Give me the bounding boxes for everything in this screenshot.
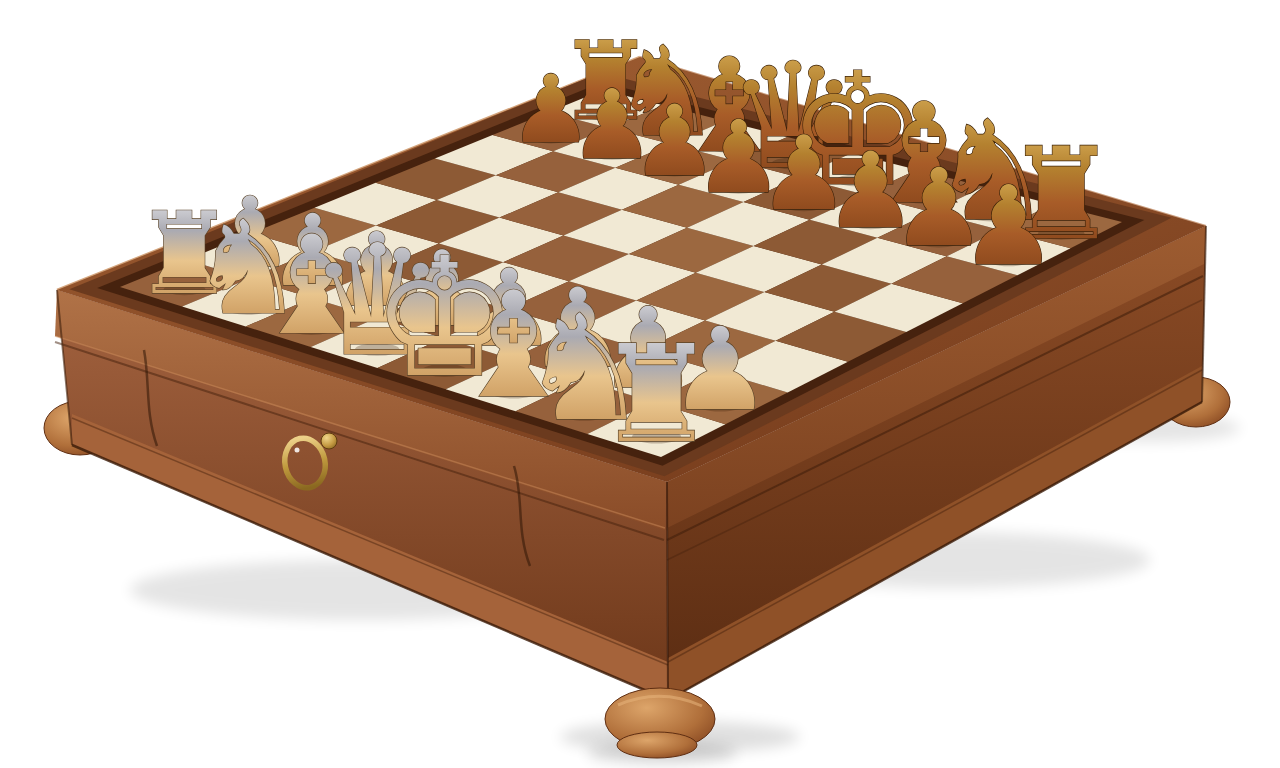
piece-white-rook-h1: ♜ xyxy=(596,316,716,473)
ring-pull-mount xyxy=(321,433,337,449)
case-edge xyxy=(667,482,668,700)
piece-black-pawn-h7: ♟ xyxy=(960,162,1058,290)
bun-foot-front-lip xyxy=(617,732,697,758)
chess-set-photo: ♜♞♟♝♟♛♟♚♟♝♟♞♟♜♟♟♟♟♜♟♞♟♝♟♛♟♚♟♝♟♞♜ xyxy=(0,0,1280,768)
ring-highlight xyxy=(295,448,300,453)
scene: ♜♞♟♝♟♛♟♚♟♝♟♞♟♜♟♟♟♟♜♟♞♟♝♟♛♟♚♟♝♟♞♜ xyxy=(0,0,1280,768)
